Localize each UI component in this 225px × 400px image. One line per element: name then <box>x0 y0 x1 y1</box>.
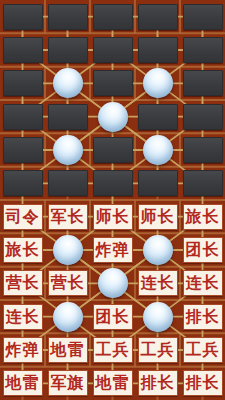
opponent-hidden-piece[interactable] <box>183 70 223 96</box>
piece-company-commander[interactable]: 连长 <box>3 304 43 330</box>
opponent-hidden-piece[interactable] <box>183 4 223 30</box>
piece-brigade-commander[interactable]: 旅长 <box>3 237 43 263</box>
piece-label: 地雷 <box>51 342 85 358</box>
piece-label: 司令 <box>6 209 40 225</box>
piece-landmine[interactable]: 地雷 <box>3 370 43 396</box>
opponent-hidden-piece[interactable] <box>183 104 223 130</box>
piece-division-commander[interactable]: 师长 <box>138 204 178 230</box>
piece-label: 炸弹 <box>96 242 130 258</box>
opponent-hidden-piece[interactable] <box>48 37 88 63</box>
piece-label: 团长 <box>96 309 130 325</box>
camp-marble[interactable] <box>98 268 128 298</box>
opponent-hidden-piece[interactable] <box>183 37 223 63</box>
camp-marble[interactable] <box>53 235 83 265</box>
camp-marble[interactable] <box>98 102 128 132</box>
piece-label: 连长 <box>186 275 220 291</box>
piece-platoon-commander[interactable]: 排长 <box>183 370 223 396</box>
camp-marble[interactable] <box>53 135 83 165</box>
piece-label: 营长 <box>6 275 40 291</box>
piece-label: 团长 <box>186 242 220 258</box>
piece-label: 地雷 <box>6 375 40 391</box>
opponent-hidden-piece[interactable] <box>138 37 178 63</box>
camp-marble[interactable] <box>53 302 83 332</box>
piece-field-marshal[interactable]: 司令 <box>3 204 43 230</box>
piece-label: 师长 <box>96 209 130 225</box>
opponent-hidden-piece[interactable] <box>48 4 88 30</box>
opponent-hidden-piece[interactable] <box>3 4 43 30</box>
piece-label: 军长 <box>51 209 85 225</box>
camp-marble[interactable] <box>143 235 173 265</box>
opponent-hidden-piece[interactable] <box>3 170 43 196</box>
piece-regiment-commander[interactable]: 团长 <box>183 237 223 263</box>
piece-general[interactable]: 军长 <box>48 204 88 230</box>
piece-company-commander[interactable]: 连长 <box>183 270 223 296</box>
piece-engineer[interactable]: 工兵 <box>138 337 178 363</box>
opponent-hidden-piece[interactable] <box>3 137 43 163</box>
piece-label: 工兵 <box>96 342 130 358</box>
opponent-hidden-piece[interactable] <box>93 170 133 196</box>
opponent-hidden-piece[interactable] <box>93 4 133 30</box>
camp-marble[interactable] <box>143 68 173 98</box>
piece-landmine[interactable]: 地雷 <box>48 337 88 363</box>
piece-company-commander[interactable]: 连长 <box>138 270 178 296</box>
piece-label: 连长 <box>141 275 175 291</box>
piece-label: 工兵 <box>141 342 175 358</box>
piece-label: 排长 <box>186 309 220 325</box>
piece-label: 地雷 <box>96 375 130 391</box>
opponent-hidden-piece[interactable] <box>48 104 88 130</box>
opponent-hidden-piece[interactable] <box>3 104 43 130</box>
piece-landmine[interactable]: 地雷 <box>93 370 133 396</box>
opponent-hidden-piece[interactable] <box>138 104 178 130</box>
piece-battalion-commander[interactable]: 营长 <box>3 270 43 296</box>
piece-label: 工兵 <box>186 342 220 358</box>
piece-label: 排长 <box>141 375 175 391</box>
piece-engineer[interactable]: 工兵 <box>183 337 223 363</box>
piece-label: 旅长 <box>6 242 40 258</box>
piece-label: 师长 <box>141 209 175 225</box>
piece-label: 排长 <box>186 375 220 391</box>
camp-marble[interactable] <box>143 302 173 332</box>
piece-brigade-commander[interactable]: 旅长 <box>183 204 223 230</box>
piece-label: 旅长 <box>186 209 220 225</box>
opponent-hidden-piece[interactable] <box>138 170 178 196</box>
piece-engineer[interactable]: 工兵 <box>93 337 133 363</box>
opponent-hidden-piece[interactable] <box>3 37 43 63</box>
piece-platoon-commander[interactable]: 排长 <box>183 304 223 330</box>
opponent-hidden-piece[interactable] <box>183 137 223 163</box>
opponent-hidden-piece[interactable] <box>3 70 43 96</box>
piece-bomb[interactable]: 炸弹 <box>3 337 43 363</box>
piece-regiment-commander[interactable]: 团长 <box>93 304 133 330</box>
piece-platoon-commander[interactable]: 排长 <box>138 370 178 396</box>
piece-label: 营长 <box>51 275 85 291</box>
opponent-hidden-piece[interactable] <box>93 37 133 63</box>
opponent-hidden-piece[interactable] <box>138 4 178 30</box>
piece-bomb[interactable]: 炸弹 <box>93 237 133 263</box>
opponent-hidden-piece[interactable] <box>183 170 223 196</box>
opponent-hidden-piece[interactable] <box>48 170 88 196</box>
piece-label: 炸弹 <box>6 342 40 358</box>
piece-flag[interactable]: 军旗 <box>48 370 88 396</box>
game-board: 司令军长师长师长旅长旅长炸弹团长营长营长连长连长连长团长排长炸弹地雷工兵工兵工兵… <box>0 0 225 400</box>
piece-division-commander[interactable]: 师长 <box>93 204 133 230</box>
piece-label: 连长 <box>6 309 40 325</box>
camp-marble[interactable] <box>53 68 83 98</box>
piece-battalion-commander[interactable]: 营长 <box>48 270 88 296</box>
camp-marble[interactable] <box>143 135 173 165</box>
piece-label: 军旗 <box>51 375 85 391</box>
opponent-hidden-piece[interactable] <box>93 137 133 163</box>
opponent-hidden-piece[interactable] <box>93 70 133 96</box>
